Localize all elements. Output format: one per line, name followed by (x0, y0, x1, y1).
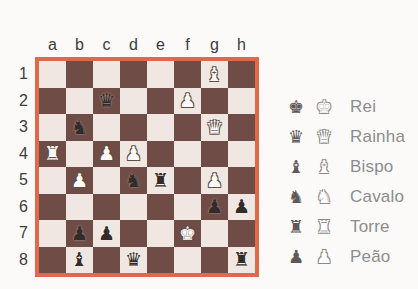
file-label-b: b (66, 36, 93, 54)
rank-label-6: 6 (10, 194, 28, 221)
file-labels: abcdefgh (39, 36, 255, 54)
square-f8[interactable] (174, 247, 201, 274)
square-g7[interactable] (201, 220, 228, 247)
square-a3[interactable] (39, 114, 66, 141)
square-b7[interactable]: ♟ (66, 220, 93, 247)
square-c6[interactable] (93, 194, 120, 221)
piece-white-king: ♚ (179, 224, 196, 243)
piece-black-knight: ♞ (71, 118, 88, 137)
piece-black-knight: ♞ (125, 171, 142, 190)
piece-black-pawn: ♟ (233, 197, 250, 216)
piece-white-pawn: ♟ (71, 171, 88, 190)
square-g8[interactable] (201, 247, 228, 274)
legend-row-rook: ♜ ♜ Torre (286, 212, 405, 242)
square-a2[interactable] (39, 88, 66, 115)
rank-label-3: 3 (10, 114, 28, 141)
square-h5[interactable] (228, 167, 255, 194)
black-bishop-icon: ♝ (286, 158, 306, 176)
rank-label-4: 4 (10, 141, 28, 168)
square-e1[interactable] (147, 61, 174, 88)
square-a6[interactable] (39, 194, 66, 221)
square-d3[interactable] (120, 114, 147, 141)
white-bishop-icon: ♝ (314, 158, 334, 176)
square-h3[interactable] (228, 114, 255, 141)
piece-black-rook: ♜ (152, 171, 169, 190)
legend-label-king: Rei (350, 97, 376, 117)
legend-label-bishop: Bispo (350, 157, 394, 177)
piece-white-pawn: ♟ (206, 171, 223, 190)
legend-label-knight: Cavalo (350, 187, 404, 207)
black-rook-icon: ♜ (286, 218, 306, 236)
square-c2[interactable]: ♛ (93, 88, 120, 115)
piece-black-pawn: ♟ (71, 224, 88, 243)
square-c4[interactable]: ♟ (93, 141, 120, 168)
black-king-icon: ♚ (286, 98, 306, 116)
white-king-icon: ♚ (314, 98, 334, 116)
piece-white-pawn: ♟ (98, 144, 115, 163)
square-d4[interactable]: ♟ (120, 141, 147, 168)
square-f5[interactable] (174, 167, 201, 194)
square-e6[interactable] (147, 194, 174, 221)
square-e3[interactable] (147, 114, 174, 141)
piece-white-pawn: ♟ (179, 91, 196, 110)
piece-white-pawn: ♟ (125, 144, 142, 163)
file-label-f: f (174, 36, 201, 54)
piece-black-bishop: ♝ (71, 250, 88, 269)
square-f1[interactable] (174, 61, 201, 88)
piece-black-queen: ♛ (98, 91, 115, 110)
square-f7[interactable]: ♚ (174, 220, 201, 247)
file-label-c: c (93, 36, 120, 54)
square-e4[interactable] (147, 141, 174, 168)
rank-label-5: 5 (10, 167, 28, 194)
square-b4[interactable] (66, 141, 93, 168)
square-c1[interactable] (93, 61, 120, 88)
square-f4[interactable] (174, 141, 201, 168)
page: { "game": "chess", "board": { "files": [… (0, 0, 418, 289)
white-pawn-icon: ♟ (314, 248, 334, 266)
piece-black-pawn: ♟ (206, 197, 223, 216)
square-d5[interactable]: ♞ (120, 167, 147, 194)
square-h2[interactable] (228, 88, 255, 115)
white-knight-icon: ♞ (314, 188, 334, 206)
legend-row-pawn: ♟ ♟ Peão (286, 242, 405, 272)
rank-label-7: 7 (10, 220, 28, 247)
piece-black-queen: ♛ (125, 250, 142, 269)
legend-label-queen: Rainha (350, 127, 405, 147)
square-g2[interactable] (201, 88, 228, 115)
square-h6[interactable]: ♟ (228, 194, 255, 221)
square-g6[interactable]: ♟ (201, 194, 228, 221)
file-label-h: h (228, 36, 255, 54)
rank-label-2: 2 (10, 88, 28, 115)
file-label-a: a (39, 36, 66, 54)
square-e8[interactable] (147, 247, 174, 274)
piece-legend: ♚ ♚ Rei ♛ ♛ Rainha ♝ ♝ Bispo ♞ ♞ Cavalo … (286, 92, 405, 272)
chess-board: ♝♛♟♞♛♜♟♟♟♞♜♟♟♟♟♟♚♝♛♜ (35, 57, 259, 277)
square-f2[interactable]: ♟ (174, 88, 201, 115)
square-a1[interactable] (39, 61, 66, 88)
legend-row-knight: ♞ ♞ Cavalo (286, 182, 405, 212)
square-e7[interactable] (147, 220, 174, 247)
square-h4[interactable] (228, 141, 255, 168)
rank-label-1: 1 (10, 61, 28, 88)
legend-row-queen: ♛ ♛ Rainha (286, 122, 405, 152)
square-d2[interactable] (120, 88, 147, 115)
legend-label-rook: Torre (350, 217, 390, 237)
legend-row-king: ♚ ♚ Rei (286, 92, 405, 122)
legend-row-bishop: ♝ ♝ Bispo (286, 152, 405, 182)
square-f3[interactable] (174, 114, 201, 141)
black-pawn-icon: ♟ (286, 248, 306, 266)
square-b3[interactable]: ♞ (66, 114, 93, 141)
black-queen-icon: ♛ (286, 128, 306, 146)
square-e5[interactable]: ♜ (147, 167, 174, 194)
square-c3[interactable] (93, 114, 120, 141)
square-b6[interactable] (66, 194, 93, 221)
piece-white-bishop: ♝ (206, 65, 223, 84)
square-g4[interactable] (201, 141, 228, 168)
square-b5[interactable]: ♟ (66, 167, 93, 194)
square-h8[interactable]: ♜ (228, 247, 255, 274)
square-f6[interactable] (174, 194, 201, 221)
piece-white-rook: ♜ (44, 144, 61, 163)
square-e2[interactable] (147, 88, 174, 115)
square-d7[interactable] (120, 220, 147, 247)
piece-black-pawn: ♟ (98, 224, 115, 243)
file-label-d: d (120, 36, 147, 54)
square-a5[interactable] (39, 167, 66, 194)
piece-black-rook: ♜ (233, 250, 250, 269)
square-b8[interactable]: ♝ (66, 247, 93, 274)
square-g5[interactable]: ♟ (201, 167, 228, 194)
square-g1[interactable]: ♝ (201, 61, 228, 88)
square-c7[interactable]: ♟ (93, 220, 120, 247)
square-c8[interactable] (93, 247, 120, 274)
square-h1[interactable] (228, 61, 255, 88)
square-g3[interactable]: ♛ (201, 114, 228, 141)
rank-labels: 12345678 (10, 61, 28, 273)
white-rook-icon: ♜ (314, 218, 334, 236)
square-b2[interactable] (66, 88, 93, 115)
square-b1[interactable] (66, 61, 93, 88)
square-a8[interactable] (39, 247, 66, 274)
square-d6[interactable] (120, 194, 147, 221)
square-c5[interactable] (93, 167, 120, 194)
file-label-g: g (201, 36, 228, 54)
rank-label-8: 8 (10, 247, 28, 274)
square-a4[interactable]: ♜ (39, 141, 66, 168)
square-h7[interactable] (228, 220, 255, 247)
piece-white-queen: ♛ (206, 118, 223, 137)
file-label-e: e (147, 36, 174, 54)
square-d8[interactable]: ♛ (120, 247, 147, 274)
square-a7[interactable] (39, 220, 66, 247)
white-queen-icon: ♛ (314, 128, 334, 146)
black-knight-icon: ♞ (286, 188, 306, 206)
square-d1[interactable] (120, 61, 147, 88)
legend-label-pawn: Peão (350, 247, 391, 267)
